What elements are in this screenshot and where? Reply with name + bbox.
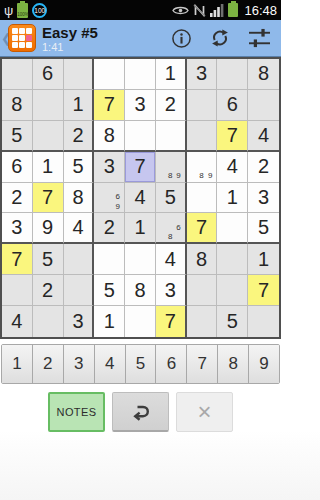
- restart-icon[interactable]: [209, 27, 231, 49]
- numpad-2[interactable]: 2: [33, 345, 64, 383]
- cell-r7c8[interactable]: [217, 244, 248, 275]
- signal-icon: [210, 4, 224, 17]
- cell-r4c1[interactable]: 6: [2, 152, 33, 183]
- cell-r8c2[interactable]: 2: [33, 275, 64, 306]
- page-title: Easy #5: [42, 24, 171, 41]
- cell-r9c1[interactable]: 4: [2, 306, 33, 337]
- timer: 1:41: [42, 41, 171, 53]
- cell-r2c1[interactable]: 8: [2, 90, 33, 121]
- numpad-7[interactable]: 7: [187, 345, 218, 383]
- cell-r6c1[interactable]: 3: [2, 213, 33, 244]
- x-cross-icon: ×: [197, 400, 211, 424]
- status-bar: ψ 100% 100 16:48: [0, 0, 281, 20]
- numpad-1[interactable]: 1: [2, 345, 33, 383]
- cell-r2c7[interactable]: [187, 90, 218, 121]
- cell-r2c4[interactable]: 7: [94, 90, 125, 121]
- numpad-5[interactable]: 5: [126, 345, 157, 383]
- cell-r7c7[interactable]: 8: [187, 244, 218, 275]
- cell-r7c1[interactable]: 7: [2, 244, 33, 275]
- cell-r1c3[interactable]: [64, 59, 95, 90]
- cell-r3c1[interactable]: 5: [2, 121, 33, 152]
- cell-r5c3[interactable]: 8: [64, 183, 95, 214]
- cell-r1c9[interactable]: 8: [248, 59, 279, 90]
- battery-icon: [228, 3, 238, 17]
- cell-r3c4[interactable]: 8: [94, 121, 125, 152]
- cell-r3c6[interactable]: [156, 121, 187, 152]
- cell-r6c6[interactable]: 68: [156, 213, 187, 244]
- cell-r6c9[interactable]: 5: [248, 213, 279, 244]
- cell-r4c4[interactable]: 3: [94, 152, 125, 183]
- back-chevron-icon[interactable]: ❮: [1, 31, 8, 46]
- cell-r6c4[interactable]: 2: [94, 213, 125, 244]
- cell-r9c6[interactable]: 7: [156, 306, 187, 337]
- notes-button[interactable]: NOTES: [48, 392, 105, 432]
- cell-r4c5[interactable]: 7: [125, 152, 156, 183]
- pencil-notes: 68: [156, 213, 185, 242]
- cell-r1c2[interactable]: 6: [33, 59, 64, 90]
- cell-r5c6[interactable]: 5: [156, 183, 187, 214]
- cell-r9c3[interactable]: 3: [64, 306, 95, 337]
- cell-r5c1[interactable]: 2: [2, 183, 33, 214]
- delete-button[interactable]: ×: [176, 392, 233, 432]
- cell-r6c7[interactable]: 7: [187, 213, 218, 244]
- cell-r5c4[interactable]: 69: [94, 183, 125, 214]
- cell-r8c6[interactable]: 3: [156, 275, 187, 306]
- cell-r6c2[interactable]: 9: [33, 213, 64, 244]
- pencil-notes: 89: [187, 152, 217, 182]
- cell-r8c3[interactable]: [64, 275, 95, 306]
- nfc-off-icon: [193, 4, 206, 17]
- status-time: 16:48: [244, 3, 277, 18]
- cell-r6c3[interactable]: 4: [64, 213, 95, 244]
- cell-r4c2[interactable]: 1: [33, 152, 64, 183]
- cell-r8c5[interactable]: 8: [125, 275, 156, 306]
- numpad-3[interactable]: 3: [64, 345, 95, 383]
- cell-r9c5[interactable]: [125, 306, 156, 337]
- cell-r7c9[interactable]: 1: [248, 244, 279, 275]
- cell-r7c2[interactable]: 5: [33, 244, 64, 275]
- battery-icon: 100%: [17, 3, 28, 18]
- pencil-notes: 89: [156, 152, 185, 182]
- cell-r5c9[interactable]: 3: [248, 183, 279, 214]
- cell-r3c7[interactable]: [187, 121, 218, 152]
- cell-r4c6[interactable]: 89: [156, 152, 187, 183]
- cell-r2c3[interactable]: 1: [64, 90, 95, 121]
- cell-r1c7[interactable]: 3: [187, 59, 218, 90]
- cell-r8c1[interactable]: [2, 275, 33, 306]
- cell-r2c6[interactable]: 2: [156, 90, 187, 121]
- cell-r9c4[interactable]: 1: [94, 306, 125, 337]
- numpad-6[interactable]: 6: [156, 345, 187, 383]
- numpad-8[interactable]: 8: [218, 345, 249, 383]
- cell-r5c8[interactable]: 1: [217, 183, 248, 214]
- cell-r4c7[interactable]: 89: [187, 152, 218, 183]
- app-header: ❮ Easy #5 1:41: [0, 20, 281, 57]
- cell-r5c2[interactable]: 7: [33, 183, 64, 214]
- app-logo-icon[interactable]: [8, 24, 36, 52]
- cell-r4c3[interactable]: 5: [64, 152, 95, 183]
- battery-badge-icon: 100: [32, 3, 47, 18]
- cell-r6c8[interactable]: [217, 213, 248, 244]
- cell-r1c4[interactable]: [94, 59, 125, 90]
- cell-r3c8[interactable]: 7: [217, 121, 248, 152]
- usb-icon: ψ: [4, 4, 13, 17]
- cell-r2c2[interactable]: [33, 90, 64, 121]
- cell-r4c8[interactable]: 4: [217, 152, 248, 183]
- numpad-9[interactable]: 9: [249, 345, 279, 383]
- cell-r8c7[interactable]: [187, 275, 218, 306]
- cell-r1c1[interactable]: [2, 59, 33, 90]
- cell-r9c8[interactable]: 5: [217, 306, 248, 337]
- info-icon[interactable]: [171, 28, 192, 49]
- cell-r6c5[interactable]: 1: [125, 213, 156, 244]
- cell-r7c6[interactable]: 4: [156, 244, 187, 275]
- cell-r8c9[interactable]: 7: [248, 275, 279, 306]
- cell-r3c3[interactable]: 2: [64, 121, 95, 152]
- eye-icon: [172, 5, 189, 16]
- cell-r1c5[interactable]: [125, 59, 156, 90]
- cell-r9c2[interactable]: [33, 306, 64, 337]
- cell-r2c9[interactable]: [248, 90, 279, 121]
- cell-r7c5[interactable]: [125, 244, 156, 275]
- cell-r3c2[interactable]: [33, 121, 64, 152]
- cell-r2c5[interactable]: 3: [125, 90, 156, 121]
- cell-r3c5[interactable]: [125, 121, 156, 152]
- cell-r8c8[interactable]: [217, 275, 248, 306]
- undo-arrow-icon: [128, 400, 154, 424]
- control-bar: NOTES ×: [0, 392, 281, 432]
- cell-r7c3[interactable]: [64, 244, 95, 275]
- sudoku-board: 6138817326528746153789894227869451339421…: [0, 57, 281, 339]
- undo-button[interactable]: [112, 392, 169, 432]
- cell-r2c8[interactable]: 6: [217, 90, 248, 121]
- cell-r4c9[interactable]: 2: [248, 152, 279, 183]
- cell-r3c9[interactable]: 4: [248, 121, 279, 152]
- pencil-notes: 69: [94, 183, 124, 213]
- cell-r7c4[interactable]: [94, 244, 125, 275]
- number-pad: 123456789: [1, 344, 280, 384]
- cell-r8c4[interactable]: 5: [94, 275, 125, 306]
- cell-r9c7[interactable]: [187, 306, 218, 337]
- tune-icon[interactable]: [248, 28, 271, 49]
- battery-percent-label: 100%: [17, 12, 28, 17]
- cell-r1c8[interactable]: [217, 59, 248, 90]
- numpad-4[interactable]: 4: [95, 345, 126, 383]
- cell-r5c7[interactable]: [187, 183, 218, 214]
- cell-r9c9[interactable]: [248, 306, 279, 337]
- cell-r5c5[interactable]: 4: [125, 183, 156, 214]
- cell-r1c6[interactable]: 1: [156, 59, 187, 90]
